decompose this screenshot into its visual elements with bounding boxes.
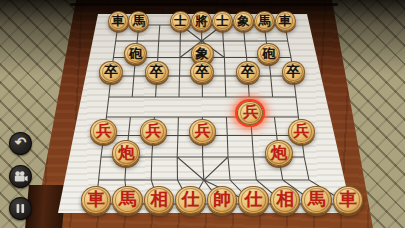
camera-icon (14, 171, 28, 182)
piece-black-soldier[interactable]: 卒 (99, 61, 123, 83)
pause-icon (15, 203, 26, 214)
pause-button[interactable] (9, 197, 32, 220)
piece-red-soldier[interactable]: 兵 (189, 119, 216, 144)
undo-button[interactable]: ↶ (9, 132, 32, 155)
piece-black-chariot[interactable]: 車 (275, 11, 296, 31)
undo-icon: ↶ (15, 134, 27, 150)
piece-black-general[interactable]: 將 (191, 11, 212, 31)
piece-black-advisor[interactable]: 士 (170, 11, 191, 31)
piece-black-horse[interactable]: 馬 (254, 11, 275, 31)
piece-black-chariot[interactable]: 車 (108, 11, 129, 31)
camera-button[interactable] (9, 165, 32, 188)
piece-red-advisor[interactable]: 仕 (238, 186, 268, 215)
piece-black-soldier[interactable]: 卒 (236, 61, 260, 83)
piece-red-horse[interactable]: 馬 (112, 186, 142, 215)
piece-black-elephant[interactable]: 象 (233, 11, 254, 31)
table-edge-line (70, 3, 338, 6)
piece-red-cannon[interactable]: 炮 (265, 140, 293, 166)
piece-red-advisor[interactable]: 仕 (175, 186, 205, 215)
piece-red-soldier[interactable]: 兵 (288, 119, 315, 144)
piece-red-horse[interactable]: 馬 (301, 186, 331, 215)
piece-black-advisor[interactable]: 士 (212, 11, 233, 31)
piece-black-soldier[interactable]: 卒 (190, 61, 214, 83)
piece-black-cannon[interactable]: 砲 (124, 43, 147, 64)
game-scene: 車馬士將士象馬車砲象砲卒卒卒卒卒兵兵兵兵兵炮炮車馬相仕帥仕相馬車 ↶ (0, 0, 405, 228)
piece-red-soldier[interactable]: 兵 (140, 119, 167, 144)
piece-black-soldier[interactable]: 卒 (145, 61, 169, 83)
